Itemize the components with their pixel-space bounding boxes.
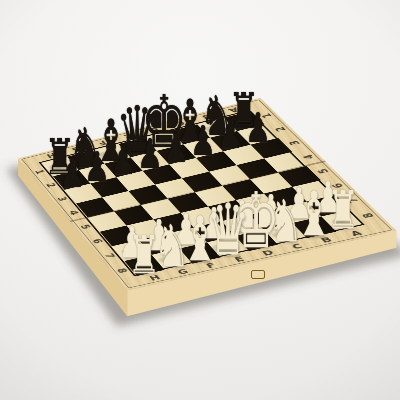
brass-latch-icon <box>251 270 265 279</box>
piece-contact-shadow <box>122 144 150 153</box>
piece-contact-shadow <box>271 231 295 239</box>
piece-contact-shadow <box>204 125 227 133</box>
piece-contact-shadow <box>166 153 183 159</box>
piece-contact-shadow <box>318 204 336 210</box>
piece-contact-shadow <box>299 224 324 232</box>
studio-backdrop: 11HH22GG33FF44EE55DD66CC77BB88AA ♜♞♝♟♚♟♛… <box>0 0 400 400</box>
piece-contact-shadow <box>211 243 240 253</box>
piece-contact-shadow <box>260 217 278 223</box>
piece-contact-shadow <box>113 165 130 171</box>
piece-contact-shadow <box>203 230 221 236</box>
piece-contact-shadow <box>97 151 121 159</box>
piece-contact-shadow <box>147 137 177 147</box>
piece-contact-shadow <box>220 139 237 145</box>
piece-contact-shadow <box>139 159 156 165</box>
piece-contact-shadow <box>176 236 194 242</box>
piece-contact-shadow <box>238 236 270 247</box>
piece-contact-shadow <box>61 178 78 184</box>
piece-contact-shadow <box>132 263 154 270</box>
piece-contact-shadow <box>193 146 210 152</box>
piece-contact-shadow <box>72 157 95 165</box>
piece-contact-shadow <box>48 164 69 171</box>
